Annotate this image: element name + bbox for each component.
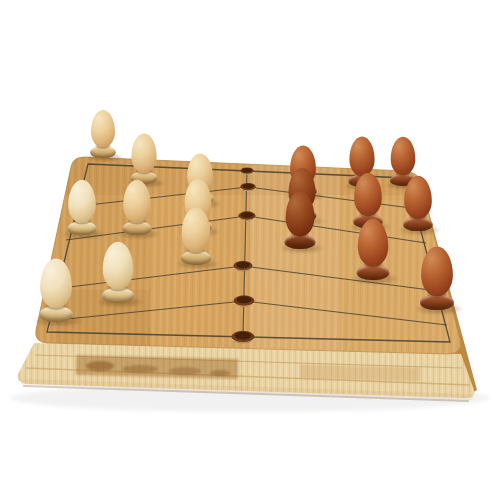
peg-dark-i6[interactable] [418,242,456,310]
peg-body-a6 [40,258,72,308]
lane-hole-row1[interactable] [240,167,254,174]
peg-body-b3 [123,180,151,223]
peg-body-f4 [286,191,315,236]
peg-light-b3[interactable] [120,176,153,235]
product-photo [0,0,500,500]
peg-body-h3 [354,173,382,216]
peg-body-h1 [391,137,416,176]
lane-hole-row2[interactable] [240,183,256,191]
peg-body-h5 [358,219,389,267]
peg-body-i3 [404,176,432,219]
peg-body-b1 [91,110,115,148]
lane-hole-row3[interactable] [238,211,255,220]
peg-body-b2 [131,134,156,173]
peg-body-b5 [103,242,134,290]
peg-light-a6[interactable] [37,254,75,322]
peg-dark-f4[interactable] [283,188,318,249]
peg-light-d4[interactable] [179,204,214,265]
peg-dark-i3[interactable] [401,172,434,231]
peg-light-b1[interactable] [89,107,118,158]
peg-light-b5[interactable] [100,238,137,303]
peg-body-i6 [421,246,453,296]
lane-hole-row6[interactable] [232,331,255,344]
peg-dark-h5[interactable] [355,215,392,280]
lane-hole-row4[interactable] [233,261,252,271]
peg-light-a3[interactable] [65,176,98,235]
peg-body-a3 [68,180,96,223]
peg-body-d4 [182,207,211,252]
lane-hole-row5[interactable] [234,295,255,307]
